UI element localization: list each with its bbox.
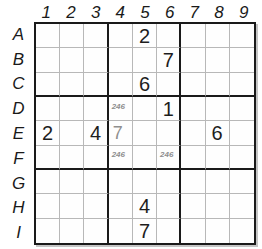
cell-G1[interactable]	[36, 170, 60, 194]
cell-F7[interactable]	[181, 146, 205, 170]
cell-C4[interactable]	[109, 73, 133, 97]
cell-E6[interactable]	[157, 121, 181, 145]
cell-D5[interactable]	[133, 97, 157, 121]
column-label-4: 4	[108, 0, 133, 22]
cell-D6[interactable]: 1	[157, 97, 181, 121]
cell-F5[interactable]	[133, 146, 157, 170]
cell-D7[interactable]	[181, 97, 205, 121]
cell-G4[interactable]	[109, 170, 133, 194]
row-label-H: H	[5, 195, 32, 220]
cell-E5[interactable]	[133, 121, 157, 145]
cell-I9[interactable]	[230, 219, 254, 243]
cell-H8[interactable]	[206, 194, 230, 218]
cell-C5[interactable]: 6	[133, 73, 157, 97]
cell-E2[interactable]	[60, 121, 84, 145]
cell-B2[interactable]	[60, 48, 84, 72]
cell-G7[interactable]	[181, 170, 205, 194]
column-label-8: 8	[207, 0, 232, 22]
cell-A1[interactable]	[36, 24, 60, 48]
cell-H1[interactable]	[36, 194, 60, 218]
cell-H7[interactable]	[181, 194, 205, 218]
column-labels: 123456789	[34, 0, 256, 22]
cell-F9[interactable]	[230, 146, 254, 170]
cell-F2[interactable]	[60, 146, 84, 170]
cell-C7[interactable]	[181, 73, 205, 97]
cell-G8[interactable]	[206, 170, 230, 194]
column-label-3: 3	[83, 0, 108, 22]
row-label-E: E	[5, 121, 32, 146]
cell-H4[interactable]	[109, 194, 133, 218]
cell-H9[interactable]	[230, 194, 254, 218]
cell-A6[interactable]	[157, 24, 181, 48]
cell-C3[interactable]	[84, 73, 108, 97]
column-label-7: 7	[182, 0, 207, 22]
cell-B8[interactable]	[206, 48, 230, 72]
cell-B4[interactable]	[109, 48, 133, 72]
cell-I6[interactable]	[157, 219, 181, 243]
cell-H2[interactable]	[60, 194, 84, 218]
cell-B9[interactable]	[230, 48, 254, 72]
cell-D2[interactable]	[60, 97, 84, 121]
cell-B6[interactable]: 7	[157, 48, 181, 72]
row-label-A: A	[5, 22, 32, 47]
row-label-B: B	[5, 47, 32, 72]
cell-D3[interactable]	[84, 97, 108, 121]
cell-G9[interactable]	[230, 170, 254, 194]
row-label-I: I	[5, 220, 32, 245]
cell-E9[interactable]	[230, 121, 254, 145]
cell-C6[interactable]	[157, 73, 181, 97]
cell-H3[interactable]	[84, 194, 108, 218]
cell-I7[interactable]	[181, 219, 205, 243]
cell-I8[interactable]	[206, 219, 230, 243]
cell-A2[interactable]	[60, 24, 84, 48]
cell-I3[interactable]	[84, 219, 108, 243]
cell-A7[interactable]	[181, 24, 205, 48]
cell-I5[interactable]: 7	[133, 219, 157, 243]
cell-F3[interactable]	[84, 146, 108, 170]
cell-B5[interactable]	[133, 48, 157, 72]
cell-C2[interactable]	[60, 73, 84, 97]
cell-C9[interactable]	[230, 73, 254, 97]
sudoku-grid: 2762461247624624647	[34, 22, 256, 245]
row-label-D: D	[5, 96, 32, 121]
cell-F1[interactable]	[36, 146, 60, 170]
cell-B7[interactable]	[181, 48, 205, 72]
cell-D8[interactable]	[206, 97, 230, 121]
cell-E3[interactable]: 4	[84, 121, 108, 145]
column-label-1: 1	[34, 0, 59, 22]
cell-E7[interactable]	[181, 121, 205, 145]
cell-I2[interactable]	[60, 219, 84, 243]
column-label-2: 2	[59, 0, 84, 22]
cell-E8[interactable]: 6	[206, 121, 230, 145]
cell-H5[interactable]: 4	[133, 194, 157, 218]
cell-A9[interactable]	[230, 24, 254, 48]
cell-D1[interactable]	[36, 97, 60, 121]
cell-D9[interactable]	[230, 97, 254, 121]
cell-A8[interactable]	[206, 24, 230, 48]
cell-C8[interactable]	[206, 73, 230, 97]
cell-E1[interactable]: 2	[36, 121, 60, 145]
cell-C1[interactable]	[36, 73, 60, 97]
row-label-F: F	[5, 146, 32, 171]
sudoku-diagram: 123456789 ABCDEFGHI 2762461247624624647	[0, 0, 262, 249]
cell-B1[interactable]	[36, 48, 60, 72]
column-label-5: 5	[133, 0, 158, 22]
cell-A5[interactable]: 2	[133, 24, 157, 48]
cell-A4[interactable]	[109, 24, 133, 48]
cell-G5[interactable]	[133, 170, 157, 194]
cell-F8[interactable]	[206, 146, 230, 170]
cell-B3[interactable]	[84, 48, 108, 72]
cell-G3[interactable]	[84, 170, 108, 194]
column-label-6: 6	[157, 0, 182, 22]
column-label-9: 9	[231, 0, 256, 22]
cell-G2[interactable]	[60, 170, 84, 194]
cell-E4[interactable]: 7	[109, 121, 133, 145]
cell-G6[interactable]	[157, 170, 181, 194]
cell-H6[interactable]	[157, 194, 181, 218]
cell-A3[interactable]	[84, 24, 108, 48]
cell-D4[interactable]: 246	[109, 97, 133, 121]
cell-I4[interactable]	[109, 219, 133, 243]
cell-F6[interactable]: 246	[157, 146, 181, 170]
row-labels: ABCDEFGHI	[5, 22, 32, 245]
row-label-C: C	[5, 72, 32, 97]
cell-I1[interactable]	[36, 219, 60, 243]
cell-F4[interactable]: 246	[109, 146, 133, 170]
row-label-G: G	[5, 171, 32, 196]
